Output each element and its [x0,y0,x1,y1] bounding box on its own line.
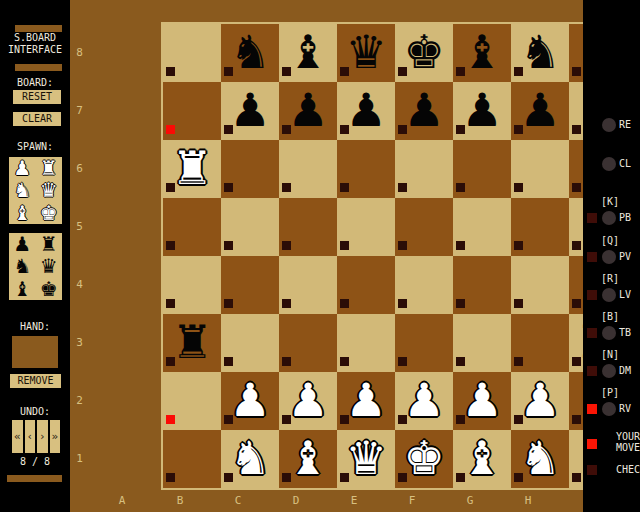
reset-button[interactable]: RESET [13,90,61,104]
king-group-header: [K] [595,196,625,207]
app-window: ♞♝♛♚♝♞♟♟♟♟♟♟♜♜♜♜♟♟♟♟♟♟♞♝♛♚♝♞ 87654321ABC… [0,0,640,512]
square-f1[interactable]: ♝ [453,430,511,488]
square-marker-f1 [456,473,465,482]
knight-group-header: [N] [595,349,625,360]
square-g2[interactable]: ♟ [511,372,569,430]
square-f5[interactable] [453,198,511,256]
square-marker-g5 [514,241,523,250]
square-marker-e2 [398,415,407,424]
file-label-h: H [499,494,557,507]
pawn-row-label: RV [619,403,631,414]
spawn-palette-white: ♟♜♞♛♝♚ [9,157,62,224]
square-a5[interactable] [163,198,221,256]
highlight-marker-a2 [166,415,175,424]
highlight-marker-a7 [166,125,175,134]
spawn-white-king[interactable]: ♚ [36,202,63,224]
rank-label-2: 2 [70,394,89,407]
queen-led-button[interactable] [602,250,616,264]
knight-indicator-row: DM [583,364,640,378]
file-label-f: F [383,494,441,507]
square-marker-f6 [456,183,465,192]
board-section-label: BOARD: [0,77,70,89]
square-f4[interactable] [453,256,511,314]
square-marker-f4 [456,299,465,308]
spawn-white-knight[interactable]: ♞ [9,179,36,201]
board-frame: ♞♝♛♚♝♞♟♟♟♟♟♟♜♜♜♜♟♟♟♟♟♟♞♝♛♚♝♞ 87654321ABC… [70,0,583,512]
square-b5[interactable] [221,198,279,256]
check-indicator-row: CHECK [583,463,640,477]
square-e6[interactable] [395,140,453,198]
square-marker-e8 [398,67,407,76]
square-c4[interactable] [279,256,337,314]
divider [15,64,62,71]
undo-back-button[interactable]: ‹ [25,420,36,453]
left-sidebar: S.BOARD INTERFACE BOARD: RESET CLEAR SPA… [0,0,70,512]
square-marker-e3 [398,357,407,366]
square-marker-a8 [166,67,175,76]
check-led-light [587,465,597,475]
check-label: CHECK [616,464,640,475]
square-marker-g1 [514,473,523,482]
square-b1[interactable]: ♞ [221,430,279,488]
square-c2[interactable]: ♟ [279,372,337,430]
square-marker-g3 [514,357,523,366]
square-marker-e4 [398,299,407,308]
square-e1[interactable]: ♚ [395,430,453,488]
square-marker-d5 [340,241,349,250]
chess-board: ♞♝♛♚♝♞♟♟♟♟♟♟♜♜♜♜♟♟♟♟♟♟♞♝♛♚♝♞ [161,22,629,490]
square-marker-f2 [456,415,465,424]
spawn-black-rook[interactable]: ♜ [36,233,63,255]
square-marker-b4 [224,299,233,308]
square-c1[interactable]: ♝ [279,430,337,488]
queen-row-label: PV [619,251,631,262]
square-d1[interactable]: ♛ [337,430,395,488]
cl-indicator-row: CL [583,157,640,171]
square-d7[interactable]: ♟ [337,82,395,140]
your-move-label: YOUR MOVE [616,431,640,453]
re-label: RE [619,119,631,130]
square-f6[interactable] [453,140,511,198]
divider [7,475,62,482]
pawn-led-light [587,404,597,414]
spawn-black-queen[interactable]: ♛ [36,255,63,277]
rook-group-header: [R] [595,273,625,284]
square-e4[interactable] [395,256,453,314]
square-d2[interactable]: ♟ [337,372,395,430]
square-marker-c3 [282,357,291,366]
square-marker-d3 [340,357,349,366]
square-c5[interactable] [279,198,337,256]
square-c6[interactable] [279,140,337,198]
square-marker-e7 [398,125,407,134]
square-marker-e5 [398,241,407,250]
square-f7[interactable]: ♟ [453,82,511,140]
square-marker-g8 [514,67,523,76]
square-marker-g2 [514,415,523,424]
square-marker-e1 [398,473,407,482]
hand-section-label: HAND: [0,321,70,333]
square-marker-d8 [340,67,349,76]
square-g3[interactable] [511,314,569,372]
king-led-button[interactable] [602,211,616,225]
square-a6[interactable]: ♜ [163,140,221,198]
square-marker-a6 [166,183,175,192]
square-marker-f7 [456,125,465,134]
square-g8[interactable]: ♞ [511,24,569,82]
square-marker-h1 [572,473,581,482]
square-g6[interactable] [511,140,569,198]
square-marker-b2 [224,415,233,424]
app-title-line1: S.BOARD [0,32,70,44]
square-f8[interactable]: ♝ [453,24,511,82]
square-marker-h3 [572,357,581,366]
square-marker-g6 [514,183,523,192]
spawn-white-pawn[interactable]: ♟ [9,157,36,179]
square-marker-b6 [224,183,233,192]
square-marker-h4 [572,299,581,308]
square-e3[interactable] [395,314,453,372]
square-marker-f3 [456,357,465,366]
spawn-white-queen[interactable]: ♛ [36,179,63,201]
cl-led-button[interactable] [602,157,616,171]
rook-led-light [587,290,597,300]
spawn-palette-black: ♟♜♞♛♝♚ [9,233,62,300]
re-led-button[interactable] [602,118,616,132]
redo-forward-button[interactable]: › [37,420,48,453]
square-marker-d7 [340,125,349,134]
square-marker-a3 [166,357,175,366]
square-c3[interactable] [279,314,337,372]
redo-last-button[interactable]: » [50,420,61,453]
square-marker-f5 [456,241,465,250]
your-move-led-light [587,439,597,449]
square-d5[interactable] [337,198,395,256]
hand-slot[interactable] [12,336,58,368]
rank-label-7: 7 [70,104,89,117]
square-marker-g7 [514,125,523,134]
square-marker-d4 [340,299,349,308]
spawn-black-pawn[interactable]: ♟ [9,233,36,255]
your-move-indicator-row: YOUR MOVE [583,431,640,455]
square-d4[interactable] [337,256,395,314]
square-marker-b3 [224,357,233,366]
undo-controls: « ‹ › » [12,420,60,453]
file-label-d: D [267,494,325,507]
square-a8[interactable] [163,24,221,82]
pawn-indicator-row: RV [583,402,640,416]
square-marker-f8 [456,67,465,76]
square-marker-b1 [224,473,233,482]
square-b7[interactable]: ♟ [221,82,279,140]
square-e8[interactable]: ♚ [395,24,453,82]
square-marker-c2 [282,415,291,424]
bishop-indicator-row: TB [583,326,640,340]
bishop-group-header: [B] [595,311,625,322]
queen-indicator-row: PV [583,250,640,264]
square-marker-c1 [282,473,291,482]
knight-led-button[interactable] [602,364,616,378]
file-label-g: G [441,494,499,507]
square-marker-b5 [224,241,233,250]
square-marker-c6 [282,183,291,192]
knight-led-light [587,366,597,376]
rank-label-5: 5 [70,220,89,233]
app-title-line2: INTERFACE [0,44,70,56]
square-e7[interactable]: ♟ [395,82,453,140]
undo-counter: 8 / 8 [0,456,70,468]
square-a1[interactable] [163,430,221,488]
square-g4[interactable] [511,256,569,314]
file-label-a: A [93,494,151,507]
square-marker-h8 [572,67,581,76]
square-d3[interactable] [337,314,395,372]
square-d6[interactable] [337,140,395,198]
square-marker-h6 [572,183,581,192]
file-label-c: C [209,494,267,507]
square-d8[interactable]: ♛ [337,24,395,82]
remove-button[interactable]: REMOVE [10,374,61,388]
rook-row-label: LV [619,289,631,300]
spawn-black-king[interactable]: ♚ [36,278,63,300]
bishop-led-button[interactable] [602,326,616,340]
spawn-black-bishop[interactable]: ♝ [9,278,36,300]
bishop-row-label: TB [619,327,631,338]
square-a2[interactable] [163,372,221,430]
spawn-white-bishop[interactable]: ♝ [9,202,36,224]
square-marker-a4 [166,299,175,308]
queen-group-header: [Q] [595,235,625,246]
re-indicator-row: RE [583,118,640,132]
square-marker-h7 [572,125,581,134]
queen-led-light [587,252,597,262]
square-g7[interactable]: ♟ [511,82,569,140]
square-g1[interactable]: ♞ [511,430,569,488]
spawn-section-label: SPAWN: [0,141,70,153]
square-a4[interactable] [163,256,221,314]
square-marker-c5 [282,241,291,250]
square-marker-c7 [282,125,291,134]
square-c7[interactable]: ♟ [279,82,337,140]
king-row-label: PB [619,212,631,223]
rook-indicator-row: LV [583,288,640,302]
spawn-black-knight[interactable]: ♞ [9,255,36,277]
square-b4[interactable] [221,256,279,314]
cl-label: CL [619,158,631,169]
king-led-light [587,213,597,223]
undo-section-label: UNDO: [0,406,70,418]
square-e5[interactable] [395,198,453,256]
rank-label-4: 4 [70,278,89,291]
knight-row-label: DM [619,365,631,376]
square-marker-h2 [572,415,581,424]
square-marker-a5 [166,241,175,250]
square-c8[interactable]: ♝ [279,24,337,82]
square-b8[interactable]: ♞ [221,24,279,82]
square-g5[interactable] [511,198,569,256]
square-f2[interactable]: ♟ [453,372,511,430]
square-marker-a1 [166,473,175,482]
spawn-white-rook[interactable]: ♜ [36,157,63,179]
undo-first-button[interactable]: « [12,420,23,453]
clear-button[interactable]: CLEAR [13,112,61,126]
square-marker-b8 [224,67,233,76]
rank-label-3: 3 [70,336,89,349]
square-b3[interactable] [221,314,279,372]
square-marker-d1 [340,473,349,482]
pawn-led-button[interactable] [602,402,616,416]
bishop-led-light [587,328,597,338]
square-b2[interactable]: ♟ [221,372,279,430]
square-marker-c4 [282,299,291,308]
square-b6[interactable] [221,140,279,198]
file-label-b: B [151,494,209,507]
square-marker-d6 [340,183,349,192]
square-marker-d2 [340,415,349,424]
square-marker-c8 [282,67,291,76]
square-a3[interactable]: ♜ [163,314,221,372]
square-e2[interactable]: ♟ [395,372,453,430]
file-label-e: E [325,494,383,507]
divider [15,25,62,32]
right-sidebar: RE CL [K] PB [Q] PV [R] LV [B] TB [583,0,640,512]
square-f3[interactable] [453,314,511,372]
square-a7[interactable] [163,82,221,140]
square-marker-h5 [572,241,581,250]
rook-led-button[interactable] [602,288,616,302]
pawn-group-header: [P] [595,387,625,398]
square-marker-b7 [224,125,233,134]
square-marker-g4 [514,299,523,308]
square-marker-e6 [398,183,407,192]
rank-label-6: 6 [70,162,89,175]
rank-label-1: 1 [70,452,89,465]
king-indicator-row: PB [583,211,640,225]
rank-label-8: 8 [70,46,89,59]
